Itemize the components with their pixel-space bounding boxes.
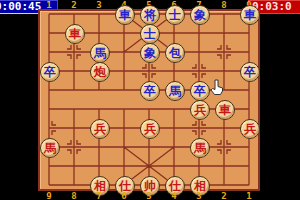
file-label: 3 [92, 1, 106, 9]
piece-black-advisor[interactable]: 士 [165, 5, 185, 25]
piece-red-horse[interactable]: 馬 [190, 138, 210, 158]
piece-black-cannon[interactable]: 包 [165, 43, 185, 63]
file-label: 2 [67, 1, 81, 9]
piece-black-horse[interactable]: 馬 [165, 81, 185, 101]
hand-cursor-icon [209, 79, 224, 99]
piece-black-soldier[interactable]: 卒 [240, 62, 260, 82]
piece-black-chariot[interactable]: 車 [240, 5, 260, 25]
piece-black-soldier[interactable]: 卒 [40, 62, 60, 82]
piece-black-soldier[interactable]: 卒 [190, 81, 210, 101]
piece-red-cannon[interactable]: 炮 [90, 62, 110, 82]
file-label: 1 [242, 192, 256, 200]
piece-red-horse[interactable]: 馬 [40, 138, 60, 158]
file-label: 6 [117, 192, 131, 200]
piece-black-horse[interactable]: 馬 [90, 43, 110, 63]
piece-red-chariot[interactable]: 車 [65, 24, 85, 44]
black-clock-time: 0:00:45 [0, 1, 41, 14]
piece-black-elephant[interactable]: 象 [190, 5, 210, 25]
file-label: 3 [192, 192, 206, 200]
piece-black-soldier[interactable]: 卒 [140, 81, 160, 101]
file-label: 1 [42, 1, 56, 9]
piece-black-advisor[interactable]: 士 [140, 24, 160, 44]
file-label: 4 [167, 192, 181, 200]
file-label: 2 [217, 192, 231, 200]
file-label: 8 [217, 1, 231, 9]
piece-red-soldier[interactable]: 兵 [90, 119, 110, 139]
piece-red-chariot[interactable]: 車 [215, 100, 235, 120]
piece-red-soldier[interactable]: 兵 [190, 100, 210, 120]
piece-red-soldier[interactable]: 兵 [240, 119, 260, 139]
file-label: 7 [92, 192, 106, 200]
piece-red-soldier[interactable]: 兵 [140, 119, 160, 139]
file-label: 9 [42, 192, 56, 200]
xiangqi-board[interactable]: 車将士象車車士馬象包卒炮卒卒馬卒兵車兵兵兵馬馬相仕帅仕相 [38, 9, 260, 191]
piece-black-general[interactable]: 将 [140, 5, 160, 25]
file-label: 5 [142, 192, 156, 200]
file-label: 8 [67, 192, 81, 200]
piece-black-chariot[interactable]: 車 [115, 5, 135, 25]
piece-black-elephant[interactable]: 象 [140, 43, 160, 63]
